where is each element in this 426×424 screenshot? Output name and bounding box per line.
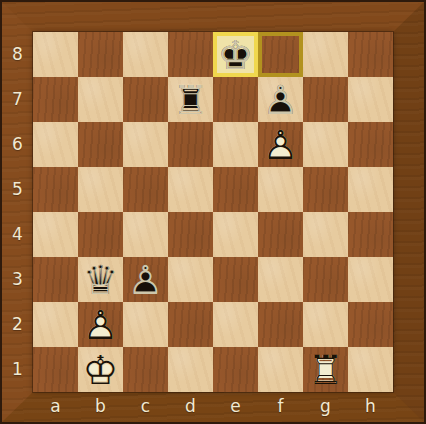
square-f5[interactable] bbox=[258, 167, 303, 212]
square-h7[interactable] bbox=[348, 77, 393, 122]
square-h5[interactable] bbox=[348, 167, 393, 212]
square-a4[interactable] bbox=[33, 212, 78, 257]
chess-board-window: ♚♔♜♖♟♙♟♙♛♕♟♙♟♙♚♔♜♖ 87654321abcdefgh bbox=[0, 0, 426, 424]
square-g4[interactable] bbox=[303, 212, 348, 257]
square-g6[interactable] bbox=[303, 122, 348, 167]
square-a8[interactable] bbox=[33, 32, 78, 77]
square-a5[interactable] bbox=[33, 167, 78, 212]
square-e7[interactable] bbox=[213, 77, 258, 122]
square-h6[interactable] bbox=[348, 122, 393, 167]
square-h4[interactable] bbox=[348, 212, 393, 257]
square-e6[interactable] bbox=[213, 122, 258, 167]
square-a2[interactable] bbox=[33, 302, 78, 347]
piece-white-pawn[interactable]: ♟♙ bbox=[258, 122, 303, 167]
pawn-glyph-outline: ♙ bbox=[78, 302, 123, 347]
square-e3[interactable] bbox=[213, 257, 258, 302]
pawn-glyph-outline: ♙ bbox=[123, 257, 168, 302]
king-glyph-outline: ♔ bbox=[78, 347, 123, 392]
square-c8[interactable] bbox=[123, 32, 168, 77]
square-b6[interactable] bbox=[78, 122, 123, 167]
piece-white-pawn[interactable]: ♟♙ bbox=[78, 302, 123, 347]
square-c2[interactable] bbox=[123, 302, 168, 347]
square-e5[interactable] bbox=[213, 167, 258, 212]
square-d7[interactable]: ♜♖ bbox=[168, 77, 213, 122]
square-d2[interactable] bbox=[168, 302, 213, 347]
square-g3[interactable] bbox=[303, 257, 348, 302]
king-glyph-outline: ♔ bbox=[213, 32, 258, 77]
square-f2[interactable] bbox=[258, 302, 303, 347]
rook-glyph-outline: ♖ bbox=[168, 77, 213, 122]
square-d1[interactable] bbox=[168, 347, 213, 392]
piece-black-king[interactable]: ♚♔ bbox=[213, 32, 258, 77]
square-b1[interactable]: ♚♔ bbox=[78, 347, 123, 392]
square-g1[interactable]: ♜♖ bbox=[303, 347, 348, 392]
square-e8[interactable]: ♚♔ bbox=[213, 32, 258, 77]
piece-black-pawn[interactable]: ♟♙ bbox=[123, 257, 168, 302]
chess-board: ♚♔♜♖♟♙♟♙♛♕♟♙♟♙♚♔♜♖ bbox=[33, 32, 393, 392]
square-e4[interactable] bbox=[213, 212, 258, 257]
queen-glyph-outline: ♕ bbox=[78, 257, 123, 302]
square-g5[interactable] bbox=[303, 167, 348, 212]
square-c7[interactable] bbox=[123, 77, 168, 122]
square-b5[interactable] bbox=[78, 167, 123, 212]
square-c5[interactable] bbox=[123, 167, 168, 212]
piece-white-rook[interactable]: ♜♖ bbox=[303, 347, 348, 392]
square-c3[interactable]: ♟♙ bbox=[123, 257, 168, 302]
square-d4[interactable] bbox=[168, 212, 213, 257]
square-g7[interactable] bbox=[303, 77, 348, 122]
square-b3[interactable]: ♛♕ bbox=[78, 257, 123, 302]
square-b2[interactable]: ♟♙ bbox=[78, 302, 123, 347]
square-f3[interactable] bbox=[258, 257, 303, 302]
square-a6[interactable] bbox=[33, 122, 78, 167]
square-h3[interactable] bbox=[348, 257, 393, 302]
square-c4[interactable] bbox=[123, 212, 168, 257]
piece-black-rook[interactable]: ♜♖ bbox=[168, 77, 213, 122]
square-b4[interactable] bbox=[78, 212, 123, 257]
square-e2[interactable] bbox=[213, 302, 258, 347]
square-d8[interactable] bbox=[168, 32, 213, 77]
square-c1[interactable] bbox=[123, 347, 168, 392]
square-a3[interactable] bbox=[33, 257, 78, 302]
square-f1[interactable] bbox=[258, 347, 303, 392]
square-b7[interactable] bbox=[78, 77, 123, 122]
piece-black-pawn[interactable]: ♟♙ bbox=[258, 77, 303, 122]
piece-black-queen[interactable]: ♛♕ bbox=[78, 257, 123, 302]
pawn-glyph-outline: ♙ bbox=[258, 122, 303, 167]
square-h1[interactable] bbox=[348, 347, 393, 392]
square-c6[interactable] bbox=[123, 122, 168, 167]
square-h2[interactable] bbox=[348, 302, 393, 347]
rook-glyph-outline: ♖ bbox=[303, 347, 348, 392]
square-a1[interactable] bbox=[33, 347, 78, 392]
square-f8[interactable] bbox=[258, 32, 303, 77]
square-f6[interactable]: ♟♙ bbox=[258, 122, 303, 167]
square-e1[interactable] bbox=[213, 347, 258, 392]
square-a7[interactable] bbox=[33, 77, 78, 122]
square-d6[interactable] bbox=[168, 122, 213, 167]
square-b8[interactable] bbox=[78, 32, 123, 77]
square-g2[interactable] bbox=[303, 302, 348, 347]
square-f4[interactable] bbox=[258, 212, 303, 257]
pawn-glyph-outline: ♙ bbox=[258, 77, 303, 122]
square-g8[interactable] bbox=[303, 32, 348, 77]
square-d5[interactable] bbox=[168, 167, 213, 212]
square-f7[interactable]: ♟♙ bbox=[258, 77, 303, 122]
square-h8[interactable] bbox=[348, 32, 393, 77]
piece-white-king[interactable]: ♚♔ bbox=[78, 347, 123, 392]
square-d3[interactable] bbox=[168, 257, 213, 302]
